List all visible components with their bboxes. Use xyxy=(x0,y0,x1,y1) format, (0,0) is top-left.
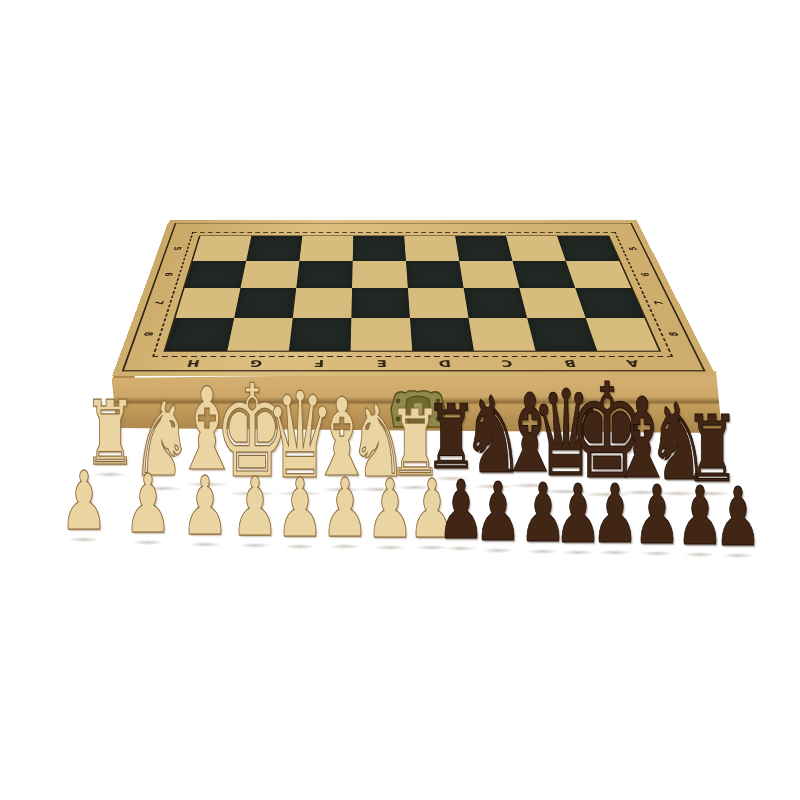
square-g8 xyxy=(227,318,292,351)
file-label-c: C xyxy=(501,358,514,368)
square-e6 xyxy=(352,261,408,288)
rank-label-right-7: 7 xyxy=(652,301,666,305)
square-f8 xyxy=(289,318,351,351)
dark-pawn-6: ♟ xyxy=(633,475,681,556)
square-d7 xyxy=(408,288,469,318)
square-a6 xyxy=(566,261,631,288)
dark-pawn-8: ♟ xyxy=(714,477,762,558)
file-label-e: E xyxy=(377,358,387,368)
square-d5 xyxy=(404,236,459,261)
white-pawn-7: ♟ xyxy=(366,469,414,550)
square-e8 xyxy=(351,318,413,351)
rank-label-left-5: 5 xyxy=(171,247,183,250)
rank-label-right-6: 6 xyxy=(639,272,653,275)
square-a5 xyxy=(557,236,619,261)
square-f5 xyxy=(299,236,353,261)
square-h8 xyxy=(166,318,235,351)
dark-pawn-5: ♟ xyxy=(591,474,639,555)
file-label-d: D xyxy=(438,358,451,368)
square-h7 xyxy=(176,288,241,318)
rank-label-right-8: 8 xyxy=(666,332,681,336)
square-h5 xyxy=(193,236,251,261)
square-e7 xyxy=(351,288,410,318)
white-pawn-3: ♟ xyxy=(181,466,229,547)
white-pawn-5: ♟ xyxy=(276,468,324,549)
square-h6 xyxy=(185,261,246,288)
rank-label-right-5: 5 xyxy=(627,247,640,250)
square-d6 xyxy=(406,261,464,288)
white-pawn-2: ♟ xyxy=(124,464,172,545)
product-photo-stage: HGFEDCBA 5678 5678 ♜♞♝♚♛♝♞♜♟♟♟♟♟♟♟♟♜♞♝♛♚… xyxy=(0,0,800,800)
square-b6 xyxy=(512,261,575,288)
square-b5 xyxy=(506,236,566,261)
white-pawn-1: ♟ xyxy=(60,461,108,542)
rank-label-left-6: 6 xyxy=(162,272,175,275)
rank-label-left-8: 8 xyxy=(141,332,156,336)
square-c8 xyxy=(468,318,535,351)
square-b7 xyxy=(519,288,585,318)
square-e5 xyxy=(353,236,406,261)
square-g6 xyxy=(240,261,299,288)
board-squares xyxy=(166,236,659,350)
square-f6 xyxy=(296,261,352,288)
square-c7 xyxy=(464,288,527,318)
rank-label-left-7: 7 xyxy=(152,301,166,305)
square-g7 xyxy=(234,288,296,318)
chess-board-lid: HGFEDCBA 5678 5678 xyxy=(112,220,716,376)
square-g5 xyxy=(246,236,302,261)
square-c6 xyxy=(459,261,519,288)
white-pawn-4: ♟ xyxy=(231,467,279,548)
square-c5 xyxy=(455,236,512,261)
white-pawn-6: ♟ xyxy=(321,468,369,549)
square-d8 xyxy=(410,318,474,351)
dark-pawn-2: ♟ xyxy=(474,472,522,553)
square-f7 xyxy=(293,288,352,318)
